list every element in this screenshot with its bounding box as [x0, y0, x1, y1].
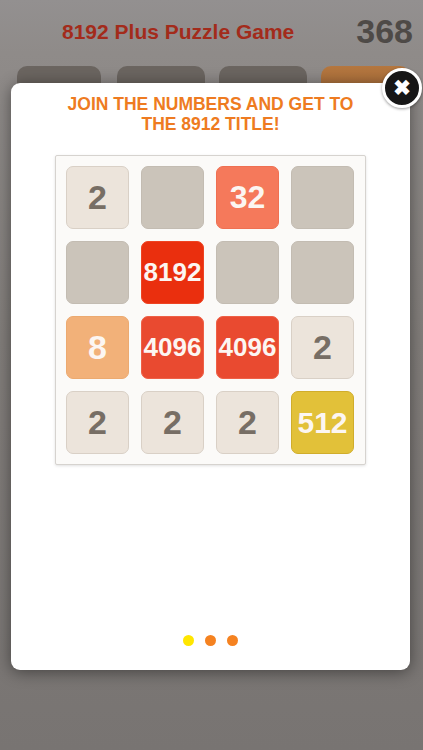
tile-2-r4c3: 2: [216, 391, 279, 454]
tile-empty-r1c4: [291, 166, 354, 229]
tile-2-r4c2: 2: [141, 391, 204, 454]
page-dot-1[interactable]: [183, 635, 194, 646]
pagination-dots: [11, 635, 410, 646]
puzzle-board-grid[interactable]: 23281928409640962222512: [55, 155, 366, 465]
tile-empty-r1c2: [141, 166, 204, 229]
app-header: 8192 Plus Puzzle Game 368: [0, 0, 423, 56]
tile-4096-r3c2: 4096: [141, 316, 204, 379]
modal-heading-line2: THE 8912 TITLE!: [11, 114, 410, 134]
close-button[interactable]: ✖: [382, 68, 422, 108]
page-dot-3[interactable]: [227, 635, 238, 646]
tile-empty-r2c4: [291, 241, 354, 304]
modal-heading-line1: JOIN THE NUMBERS AND GET TO: [11, 94, 410, 114]
tile-empty-r2c1: [66, 241, 129, 304]
tile-32-r1c3: 32: [216, 166, 279, 229]
score-value: 368: [356, 6, 423, 51]
close-icon: ✖: [393, 77, 411, 98]
tutorial-modal: JOIN THE NUMBERS AND GET TO THE 8912 TIT…: [11, 83, 410, 670]
tile-4096-r3c3: 4096: [216, 316, 279, 379]
page-dot-2[interactable]: [205, 635, 216, 646]
tile-2-r3c4: 2: [291, 316, 354, 379]
modal-heading: JOIN THE NUMBERS AND GET TO THE 8912 TIT…: [11, 94, 410, 134]
tile-empty-r2c3: [216, 241, 279, 304]
tile-8-r3c1: 8: [66, 316, 129, 379]
tile-2-r1c1: 2: [66, 166, 129, 229]
page-title: 8192 Plus Puzzle Game: [0, 12, 356, 44]
tile-512-r4c4: 512: [291, 391, 354, 454]
tile-8192-r2c2: 8192: [141, 241, 204, 304]
tile-2-r4c1: 2: [66, 391, 129, 454]
